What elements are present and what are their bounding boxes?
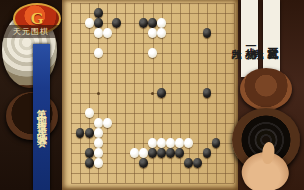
black-stone — [148, 148, 157, 157]
white-stone — [94, 138, 103, 147]
white-stone — [130, 148, 139, 157]
white-stone — [85, 18, 94, 27]
black-stone — [76, 128, 85, 137]
black-stone — [193, 158, 202, 167]
player-strip-takemiya: 武宫正树 九段 — [263, 0, 280, 77]
white-stone — [94, 148, 103, 157]
black-stone — [166, 148, 175, 157]
black-stone — [94, 18, 103, 27]
black-stone — [148, 18, 157, 27]
white-stone — [148, 48, 157, 57]
white-stone — [103, 28, 112, 37]
event-title-banner: 第十期棋圣战决赛 — [33, 44, 50, 190]
black-stone — [94, 8, 103, 17]
black-stone — [203, 88, 212, 97]
white-stone — [148, 138, 157, 147]
bowl-lid-left — [6, 92, 58, 140]
black-stone — [184, 158, 193, 167]
white-stone — [94, 48, 103, 57]
black-stone — [157, 88, 166, 97]
black-stone — [85, 158, 94, 167]
bowl-lid-right — [240, 68, 292, 110]
player-strip-kobayashi: 小林光一 九段 — [241, 0, 258, 77]
black-stone — [203, 148, 212, 157]
tv-broadcast-frame: G 天元围棋 第十期棋圣战决赛 小林光一 九段 武宫正树 九段 — [0, 0, 304, 190]
black-stone — [112, 18, 121, 27]
white-stone — [94, 28, 103, 37]
go-board — [62, 0, 238, 190]
left-sidebar: G 天元围棋 第十期棋圣战决赛 — [0, 0, 62, 190]
channel-name: 天元围棋 — [3, 25, 59, 38]
black-stone — [85, 148, 94, 157]
white-stone — [94, 118, 103, 127]
white-stone — [157, 18, 166, 27]
white-stone — [94, 158, 103, 167]
white-stone — [139, 148, 148, 157]
white-stone — [166, 138, 175, 147]
white-stone — [184, 138, 193, 147]
black-stone — [139, 158, 148, 167]
right-sidebar: 小林光一 九段 武宫正树 九段 — [238, 0, 304, 190]
white-stone — [148, 28, 157, 37]
white-stone — [103, 118, 112, 127]
white-stone — [157, 138, 166, 147]
white-stone — [157, 28, 166, 37]
white-stone — [175, 138, 184, 147]
white-stone — [85, 108, 94, 117]
white-stone — [94, 128, 103, 137]
black-stone — [203, 28, 212, 37]
black-stone — [212, 138, 221, 147]
black-stone — [175, 148, 184, 157]
black-stone — [157, 148, 166, 157]
black-stone — [85, 128, 94, 137]
black-stone — [139, 18, 148, 27]
